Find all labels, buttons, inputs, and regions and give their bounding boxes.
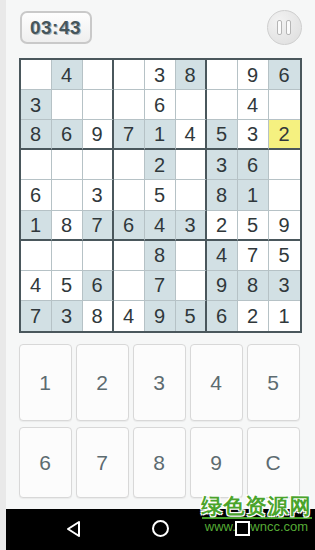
cell-r2c5[interactable]: 6	[145, 90, 176, 120]
cell-r5c4[interactable]	[114, 180, 145, 210]
cell-r8c3[interactable]: 6	[83, 271, 114, 301]
cell-r9c4[interactable]: 4	[114, 301, 145, 331]
cell-r9c5[interactable]: 9	[145, 301, 176, 331]
cell-r8c5[interactable]: 7	[145, 271, 176, 301]
cell-r2c4[interactable]	[114, 90, 145, 120]
cell-r4c6[interactable]	[176, 150, 207, 180]
cell-r9c8[interactable]: 2	[238, 301, 269, 331]
recents-icon[interactable]	[235, 521, 250, 536]
sudoku-app-screen: 03:43 4389636486971453223663581187643259…	[6, 0, 315, 550]
numpad-key-6[interactable]: 6	[19, 427, 72, 498]
cell-r6c8[interactable]: 5	[238, 211, 269, 241]
cell-r1c8[interactable]: 9	[238, 60, 269, 90]
cell-r2c6[interactable]	[176, 90, 207, 120]
cell-r5c7[interactable]: 8	[207, 180, 238, 210]
cell-r6c5[interactable]: 4	[145, 211, 176, 241]
cell-r5c8[interactable]: 1	[238, 180, 269, 210]
cell-r1c7[interactable]	[207, 60, 238, 90]
cell-r3c2[interactable]: 6	[52, 120, 83, 150]
pause-icon	[286, 20, 291, 35]
pause-icon	[277, 20, 282, 35]
cell-r5c6[interactable]	[176, 180, 207, 210]
cell-r6c7[interactable]: 2	[207, 211, 238, 241]
cell-r6c2[interactable]: 8	[52, 211, 83, 241]
cell-r3c3[interactable]: 9	[83, 120, 114, 150]
cell-r8c9[interactable]: 3	[269, 271, 300, 301]
cell-r6c3[interactable]: 7	[83, 211, 114, 241]
numpad-key-7[interactable]: 7	[76, 427, 129, 498]
cell-r9c6[interactable]: 5	[176, 301, 207, 331]
numpad-key-4[interactable]: 4	[190, 344, 243, 421]
cell-r5c5[interactable]: 5	[145, 180, 176, 210]
cell-r2c8[interactable]: 4	[238, 90, 269, 120]
timer-text: 03:43	[30, 17, 81, 39]
cell-r9c1[interactable]: 7	[21, 301, 52, 331]
cell-r4c9[interactable]	[269, 150, 300, 180]
cell-r8c6[interactable]	[176, 271, 207, 301]
cell-r6c1[interactable]: 1	[21, 211, 52, 241]
cell-r4c1[interactable]	[21, 150, 52, 180]
cell-r8c1[interactable]: 4	[21, 271, 52, 301]
cell-r1c9[interactable]: 6	[269, 60, 300, 90]
cell-r3c7[interactable]: 5	[207, 120, 238, 150]
cell-r7c2[interactable]	[52, 241, 83, 271]
pause-button[interactable]	[267, 10, 302, 45]
home-icon[interactable]	[152, 520, 169, 537]
cell-r8c2[interactable]: 5	[52, 271, 83, 301]
cell-r4c8[interactable]: 6	[238, 150, 269, 180]
back-icon[interactable]	[64, 519, 84, 539]
cell-r2c1[interactable]: 3	[21, 90, 52, 120]
numpad-key-9[interactable]: 9	[190, 427, 243, 498]
cell-r7c7[interactable]: 4	[207, 241, 238, 271]
cell-r1c2[interactable]: 4	[52, 60, 83, 90]
cell-r7c5[interactable]: 8	[145, 241, 176, 271]
numpad-key-2[interactable]: 2	[76, 344, 129, 421]
numpad-key-1[interactable]: 1	[19, 344, 72, 421]
numpad-key-5[interactable]: 5	[247, 344, 300, 421]
cell-r9c7[interactable]: 6	[207, 301, 238, 331]
cell-r1c1[interactable]	[21, 60, 52, 90]
cell-r7c3[interactable]	[83, 241, 114, 271]
cell-r2c9[interactable]	[269, 90, 300, 120]
cell-r5c3[interactable]: 3	[83, 180, 114, 210]
cell-r7c6[interactable]	[176, 241, 207, 271]
numpad-row-2: 6 7 8 9 C	[19, 427, 300, 498]
cell-r1c5[interactable]: 3	[145, 60, 176, 90]
cell-r1c4[interactable]	[114, 60, 145, 90]
numpad-key-clear[interactable]: C	[247, 427, 300, 498]
cell-r1c3[interactable]	[83, 60, 114, 90]
cell-r1c6[interactable]: 8	[176, 60, 207, 90]
cell-r3c9[interactable]: 2	[269, 120, 300, 150]
numpad-row-1: 1 2 3 4 5	[19, 344, 300, 421]
sudoku-grid: 4389636486971453223663581187643259847545…	[19, 58, 302, 333]
cell-r5c9[interactable]	[269, 180, 300, 210]
cell-r6c4[interactable]: 6	[114, 211, 145, 241]
cell-r9c2[interactable]: 3	[52, 301, 83, 331]
cell-r7c8[interactable]: 7	[238, 241, 269, 271]
cell-r8c7[interactable]: 9	[207, 271, 238, 301]
cell-r5c1[interactable]: 6	[21, 180, 52, 210]
cell-r5c2[interactable]	[52, 180, 83, 210]
cell-r9c3[interactable]: 8	[83, 301, 114, 331]
cell-r2c3[interactable]	[83, 90, 114, 120]
cell-r8c8[interactable]: 8	[238, 271, 269, 301]
cell-r2c7[interactable]	[207, 90, 238, 120]
numpad-key-8[interactable]: 8	[133, 427, 186, 498]
cell-r4c5[interactable]: 2	[145, 150, 176, 180]
cell-r6c6[interactable]: 3	[176, 211, 207, 241]
numpad-key-3[interactable]: 3	[133, 344, 186, 421]
cell-r9c9[interactable]: 1	[269, 301, 300, 331]
cell-r4c2[interactable]	[52, 150, 83, 180]
cell-r7c9[interactable]: 5	[269, 241, 300, 271]
cell-r7c4[interactable]	[114, 241, 145, 271]
timer: 03:43	[20, 11, 92, 44]
cell-r7c1[interactable]	[21, 241, 52, 271]
cell-r4c3[interactable]	[83, 150, 114, 180]
cell-r4c7[interactable]: 3	[207, 150, 238, 180]
cell-r2c2[interactable]	[52, 90, 83, 120]
cell-r4c4[interactable]	[114, 150, 145, 180]
cell-r3c4[interactable]: 7	[114, 120, 145, 150]
cell-r6c9[interactable]: 9	[269, 211, 300, 241]
cell-r3c5[interactable]: 1	[145, 120, 176, 150]
cell-r8c4[interactable]	[114, 271, 145, 301]
cell-r3c1[interactable]: 8	[21, 120, 52, 150]
cell-r3c8[interactable]: 3	[238, 120, 269, 150]
cell-r3c6[interactable]: 4	[176, 120, 207, 150]
